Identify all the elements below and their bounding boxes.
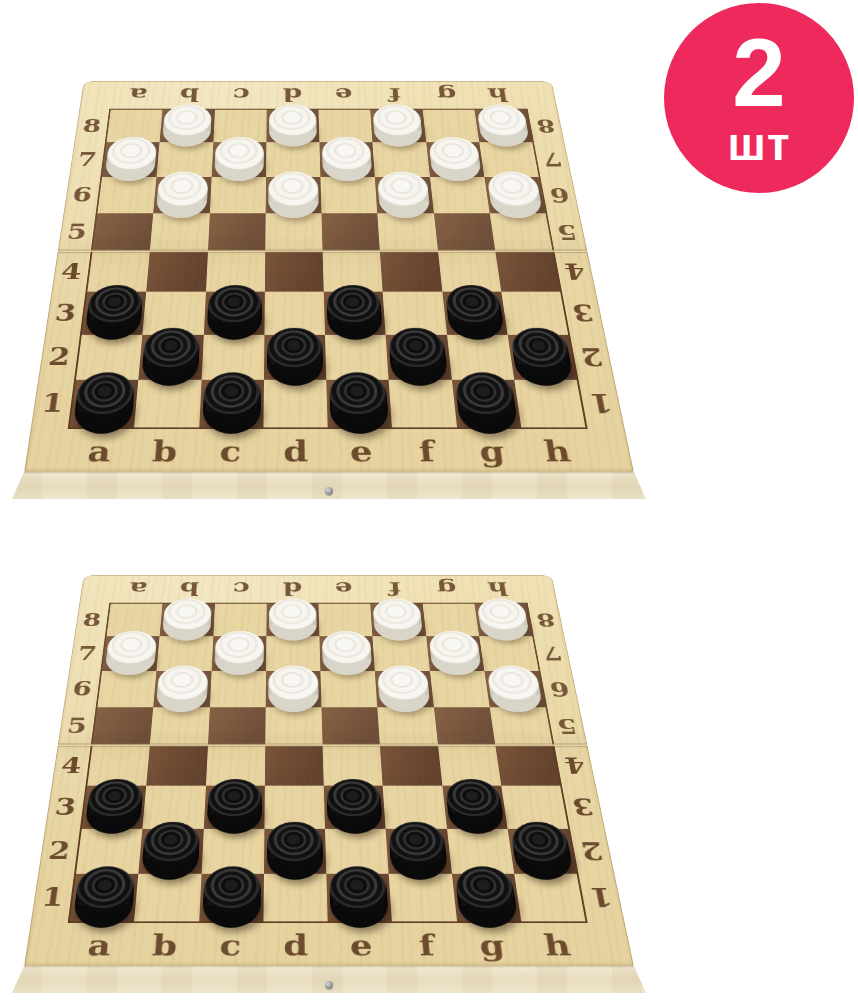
board-2-front-edge [12, 966, 646, 993]
board2-file-label-top-g: g [419, 575, 474, 602]
board2-white-piece-b8[interactable] [162, 599, 213, 641]
board2-square-d5[interactable] [265, 707, 323, 745]
board2-white-piece-d8[interactable] [269, 599, 317, 641]
board1-square-g5[interactable] [433, 213, 495, 251]
board1-rank-label-right-8: 8 [528, 110, 565, 143]
piece-top-face [267, 327, 323, 370]
board1-file-label-bottom-d: d [263, 429, 329, 473]
checkers-board-2: aabbccddeeffgghh1122334455667788 [12, 574, 658, 994]
board1-white-piece-c7[interactable] [214, 137, 264, 181]
board1-rank-label-right-2: 2 [570, 334, 614, 379]
board2-square-f5[interactable] [377, 707, 437, 745]
piece-top-face [329, 866, 388, 912]
board2-file-label-top-e: e [318, 575, 371, 602]
board2-rank-label-left-6: 6 [64, 671, 101, 707]
board1-black-piece-h2[interactable] [509, 327, 575, 385]
board1-file-label-bottom-g: g [457, 429, 528, 473]
board1-file-label-bottom-a: a [64, 429, 134, 473]
board2-rank-label-right-1: 1 [578, 874, 624, 922]
board1-square-g6[interactable] [430, 177, 490, 213]
board1-square-c5[interactable] [208, 213, 266, 251]
board2-file-label-bottom-d: d [263, 923, 329, 967]
board1-square-b4[interactable] [146, 251, 207, 291]
board1-square-f5[interactable] [377, 213, 437, 251]
board-2-perspective-wrap: aabbccddeeffgghh1122334455667788 [24, 574, 634, 967]
board1-black-piece-g3[interactable] [444, 285, 505, 340]
board1-rank-label-left-1: 1 [31, 380, 74, 428]
piece-top-face [214, 137, 264, 170]
board1-square-e5[interactable] [321, 213, 380, 251]
board2-file-label-top-a: a [111, 575, 165, 602]
board2-rank-label-left-8: 8 [74, 604, 109, 637]
board1-file-label-top-a: a [111, 81, 165, 108]
piece-top-face [269, 599, 317, 630]
product-photo: aabbccddeeffgghh1122334455667788 aabbccd… [0, 0, 858, 1000]
board2-white-piece-b6[interactable] [156, 665, 209, 712]
board2-file-label-bottom-e: e [328, 923, 396, 967]
board2-file-label-bottom-b: b [130, 923, 198, 967]
board2-file-label-bottom-c: c [197, 923, 264, 967]
board-1-perspective-wrap: aabbccddeeffgghh1122334455667788 [24, 80, 634, 473]
board1-square-a6[interactable] [97, 177, 156, 213]
board2-square-e6[interactable] [320, 671, 377, 707]
board2-file-label-bottom-f: f [392, 923, 461, 967]
board1-white-piece-d6[interactable] [268, 171, 319, 218]
quantity-unit: шт [728, 121, 791, 167]
piece-top-face [207, 779, 262, 820]
board1-square-d1[interactable] [263, 380, 327, 428]
board1-rank-label-left-5: 5 [58, 213, 96, 251]
board1-file-label-bottom-b: b [130, 429, 198, 473]
board1-rank-label-left-4: 4 [52, 251, 91, 291]
board1-rank-label-right-5: 5 [547, 213, 587, 251]
board2-rank-label-right-3: 3 [562, 786, 605, 829]
quantity-badge: 2 шт [664, 3, 854, 193]
board2-rank-label-left-3: 3 [45, 786, 85, 829]
board2-square-d1[interactable] [263, 874, 327, 922]
board2-square-d4[interactable] [265, 745, 324, 785]
board1-square-c6[interactable] [209, 177, 265, 213]
board1-square-h4[interactable] [495, 251, 560, 291]
board2-square-f1[interactable] [389, 874, 457, 922]
checkers-board-1: aabbccddeeffgghh1122334455667788 [12, 80, 658, 500]
board1-white-piece-f6[interactable] [377, 171, 431, 218]
board2-black-piece-h2[interactable] [509, 821, 575, 879]
board2-rank-label-left-7: 7 [69, 636, 105, 670]
board1-black-piece-g1[interactable] [453, 372, 518, 433]
board2-white-piece-h8[interactable] [476, 599, 531, 641]
board2-square-h5[interactable] [489, 707, 552, 745]
piece-top-face [202, 372, 261, 418]
board1-square-d4[interactable] [265, 251, 324, 291]
board1-white-piece-g7[interactable] [428, 137, 482, 181]
board1-file-label-bottom-f: f [392, 429, 461, 473]
screw-icon [325, 487, 333, 495]
board2-file-label-bottom-g: g [457, 923, 528, 967]
board2-black-piece-a1[interactable] [72, 866, 136, 927]
board-1-front-edge [12, 472, 646, 499]
board1-white-piece-b6[interactable] [156, 171, 209, 218]
board2-square-e5[interactable] [321, 707, 380, 745]
board2-rank-label-right-5: 5 [547, 707, 587, 745]
board1-square-f1[interactable] [389, 380, 457, 428]
board2-square-b4[interactable] [146, 745, 207, 785]
board2-square-b1[interactable] [134, 874, 201, 922]
board1-black-piece-b2[interactable] [141, 327, 201, 385]
board2-white-piece-h6[interactable] [486, 665, 544, 712]
board1-black-piece-f2[interactable] [388, 327, 449, 385]
board1-file-label-top-c: c [215, 81, 267, 108]
board2-white-piece-c7[interactable] [214, 631, 264, 675]
board1-rank-label-right-4: 4 [554, 251, 595, 291]
board2-file-label-bottom-h: h [521, 923, 594, 967]
board2-rank-label-right-4: 4 [554, 745, 595, 785]
board1-square-a5[interactable] [92, 213, 153, 251]
board1-black-piece-c1[interactable] [201, 372, 260, 433]
board2-rank-label-left-1: 1 [31, 874, 74, 922]
piece-top-face [269, 105, 317, 136]
piece-top-face [268, 665, 318, 700]
board1-file-label-top-e: e [318, 81, 371, 108]
screw-icon [325, 981, 333, 989]
board1-black-piece-d2[interactable] [267, 327, 324, 385]
board2-square-a6[interactable] [97, 671, 156, 707]
board2-white-piece-g7[interactable] [428, 631, 482, 675]
board2-square-c6[interactable] [209, 671, 265, 707]
board2-black-piece-c1[interactable] [201, 866, 260, 927]
piece-top-face [377, 171, 430, 206]
board2-white-piece-a7[interactable] [104, 631, 158, 675]
board1-black-piece-e3[interactable] [326, 285, 383, 340]
board2-square-b5[interactable] [150, 707, 209, 745]
board2-black-piece-a3[interactable] [84, 779, 144, 834]
board2-white-piece-f6[interactable] [377, 665, 431, 712]
board1-square-b5[interactable] [150, 213, 209, 251]
board2-square-g6[interactable] [430, 671, 490, 707]
board2-black-piece-g1[interactable] [453, 866, 518, 927]
board1-rank-label-right-3: 3 [562, 292, 605, 335]
board1-white-piece-h6[interactable] [486, 171, 544, 218]
board1-square-h1[interactable] [514, 380, 586, 428]
piece-top-face [207, 285, 262, 326]
board2-square-g5[interactable] [433, 707, 495, 745]
board1-rank-label-left-7: 7 [69, 142, 105, 176]
board1-rank-label-left-2: 2 [38, 334, 80, 379]
board1-file-label-bottom-h: h [521, 429, 594, 473]
board1-white-piece-h8[interactable] [476, 105, 531, 147]
board2-square-c5[interactable] [208, 707, 266, 745]
board1-rank-label-left-3: 3 [45, 292, 85, 335]
quantity-number: 2 [732, 29, 785, 117]
board2-rank-label-right-6: 6 [540, 671, 579, 707]
board1-square-e6[interactable] [320, 177, 377, 213]
board2-white-piece-e7[interactable] [322, 631, 373, 675]
board2-white-piece-f8[interactable] [372, 599, 423, 641]
board2-rank-label-right-8: 8 [528, 604, 565, 637]
board2-black-piece-g3[interactable] [444, 779, 505, 834]
board1-square-b1[interactable] [134, 380, 201, 428]
board2-rank-label-left-2: 2 [38, 828, 80, 873]
board2-black-piece-b2[interactable] [141, 821, 201, 879]
board1-white-piece-b8[interactable] [162, 105, 213, 147]
board2-white-piece-d6[interactable] [268, 665, 319, 712]
board2-rank-label-right-2: 2 [570, 828, 614, 873]
piece-top-face [202, 866, 261, 912]
board2-black-piece-d2[interactable] [267, 821, 324, 879]
board1-fold-seam [57, 250, 587, 254]
board1-black-piece-a1[interactable] [72, 372, 136, 433]
piece-top-face [267, 821, 323, 864]
board1-rank-label-left-6: 6 [64, 177, 101, 213]
board2-rank-label-left-4: 4 [52, 745, 91, 785]
board2-square-a5[interactable] [92, 707, 153, 745]
board2-fold-seam [57, 744, 587, 748]
board1-white-piece-a7[interactable] [104, 137, 158, 181]
board1-black-piece-e1[interactable] [329, 372, 389, 433]
board2-rank-label-left-5: 5 [58, 707, 96, 745]
board1-file-label-bottom-e: e [328, 429, 396, 473]
board2-square-f4[interactable] [380, 745, 442, 785]
board1-rank-label-left-8: 8 [74, 110, 109, 143]
piece-top-face [377, 665, 430, 700]
board1-black-piece-c3[interactable] [206, 285, 262, 340]
board1-black-piece-a3[interactable] [84, 285, 144, 340]
board2-black-piece-e1[interactable] [329, 866, 389, 927]
board2-square-h1[interactable] [514, 874, 586, 922]
board1-white-piece-e7[interactable] [322, 137, 373, 181]
board2-black-piece-f2[interactable] [388, 821, 449, 879]
board1-square-h5[interactable] [489, 213, 552, 251]
board1-rank-label-right-7: 7 [534, 142, 572, 176]
board1-square-d5[interactable] [265, 213, 323, 251]
board2-black-piece-e3[interactable] [326, 779, 383, 834]
board2-rank-label-right-7: 7 [534, 636, 572, 670]
board1-white-piece-f8[interactable] [372, 105, 423, 147]
board1-file-label-top-g: g [419, 81, 474, 108]
piece-top-face [268, 171, 318, 206]
board-1-surface: aabbccddeeffgghh1122334455667788 [24, 81, 634, 473]
board2-file-label-top-c: c [215, 575, 267, 602]
board2-black-piece-c3[interactable] [206, 779, 262, 834]
board1-square-f4[interactable] [380, 251, 442, 291]
board1-file-label-bottom-c: c [197, 429, 264, 473]
board1-white-piece-d8[interactable] [269, 105, 317, 147]
piece-top-face [214, 631, 264, 664]
piece-top-face [329, 372, 388, 418]
board-2-surface: aabbccddeeffgghh1122334455667788 [24, 575, 634, 967]
board2-file-label-bottom-a: a [64, 923, 134, 967]
board2-square-h4[interactable] [495, 745, 560, 785]
board1-rank-label-right-6: 6 [540, 177, 579, 213]
board1-rank-label-right-1: 1 [578, 380, 624, 428]
